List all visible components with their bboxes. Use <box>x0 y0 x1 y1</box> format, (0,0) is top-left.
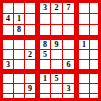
cell-r2c1[interactable]: 4 <box>3 14 13 24</box>
cell-r4c7[interactable]: 1 <box>79 40 89 49</box>
cell-r5c7[interactable] <box>79 50 89 59</box>
cell-r3c5[interactable] <box>51 25 62 35</box>
cell-r9c3[interactable] <box>25 94 35 98</box>
cell-r6c7[interactable] <box>79 60 89 69</box>
cell-r1c6[interactable]: 7 <box>63 3 74 13</box>
cell-r2c8[interactable] <box>90 14 98 24</box>
cell-r9c4[interactable] <box>40 94 50 98</box>
cell-r7c4[interactable]: 1 <box>40 74 50 83</box>
cell-r1c4[interactable]: 3 <box>40 3 50 13</box>
cell-r8c1[interactable] <box>3 84 13 93</box>
cell-r8c7[interactable] <box>79 84 89 93</box>
cell-r9c5[interactable] <box>51 94 62 98</box>
cell-r1c1[interactable] <box>3 3 13 13</box>
cell-r2c5[interactable] <box>51 14 62 24</box>
cell-r6c4[interactable] <box>40 60 50 69</box>
cell-r8c4[interactable] <box>40 84 50 93</box>
cell-r8c5[interactable] <box>51 84 62 93</box>
cell-r7c8[interactable] <box>90 74 98 83</box>
cell-r7c1[interactable] <box>3 74 13 83</box>
cell-r3c7[interactable] <box>79 25 89 35</box>
cell-r2c2[interactable]: 1 <box>14 14 24 24</box>
cell-r1c7[interactable] <box>79 3 89 13</box>
cell-r1c3[interactable] <box>25 3 35 13</box>
cell-r8c2[interactable] <box>14 84 24 93</box>
cell-r5c6[interactable] <box>63 50 74 59</box>
cell-r6c6[interactable]: 6 <box>63 60 74 69</box>
cell-r4c8[interactable] <box>90 40 98 49</box>
cell-r2c7[interactable] <box>79 14 89 24</box>
cell-r4c5[interactable]: 9 <box>51 40 62 49</box>
cell-r4c6[interactable] <box>63 40 74 49</box>
cell-r9c6[interactable] <box>63 94 74 98</box>
cell-r7c6[interactable] <box>63 74 74 83</box>
cell-r4c4[interactable]: 8 <box>40 40 50 49</box>
cell-r7c3[interactable] <box>25 74 35 83</box>
cell-r4c2[interactable] <box>14 40 24 49</box>
cell-r1c2[interactable] <box>14 3 24 13</box>
cell-r8c3[interactable]: 9 <box>25 84 35 93</box>
cell-r9c8[interactable] <box>90 94 98 98</box>
cell-r3c3[interactable] <box>25 25 35 35</box>
cell-r7c5[interactable]: 5 <box>51 74 62 83</box>
cell-r5c2[interactable] <box>14 50 24 59</box>
cell-r6c2[interactable] <box>14 60 24 69</box>
cell-r4c3[interactable] <box>25 40 35 49</box>
cell-r1c8[interactable] <box>90 3 98 13</box>
cell-r9c7[interactable] <box>79 94 89 98</box>
cell-r3c6[interactable] <box>63 25 74 35</box>
cell-r9c1[interactable] <box>3 94 13 98</box>
cell-r8c6[interactable]: 3 <box>63 84 74 93</box>
cell-r3c4[interactable] <box>40 25 50 35</box>
cell-r5c3[interactable]: 2 <box>25 50 35 59</box>
cell-r5c5[interactable] <box>51 50 62 59</box>
cell-r3c8[interactable] <box>90 25 98 35</box>
cell-r9c2[interactable] <box>14 94 24 98</box>
cell-r2c4[interactable] <box>40 14 50 24</box>
cell-r6c1[interactable]: 3 <box>3 60 13 69</box>
cell-r7c7[interactable] <box>79 74 89 83</box>
cell-r3c1[interactable] <box>3 25 13 35</box>
cell-r7c2[interactable] <box>14 74 24 83</box>
sudoku-board: 32741889125361593 <box>0 0 101 101</box>
cell-r5c4[interactable]: 5 <box>40 50 50 59</box>
cell-r2c6[interactable] <box>63 14 74 24</box>
cell-r5c8[interactable] <box>90 50 98 59</box>
cell-r1c5[interactable]: 2 <box>51 3 62 13</box>
cell-r6c5[interactable] <box>51 60 62 69</box>
cell-r3c2[interactable]: 8 <box>14 25 24 35</box>
cell-r2c3[interactable] <box>25 14 35 24</box>
cell-r6c3[interactable] <box>25 60 35 69</box>
cell-r4c1[interactable] <box>3 40 13 49</box>
cell-r8c8[interactable] <box>90 84 98 93</box>
cell-r5c1[interactable] <box>3 50 13 59</box>
cell-r6c8[interactable] <box>90 60 98 69</box>
